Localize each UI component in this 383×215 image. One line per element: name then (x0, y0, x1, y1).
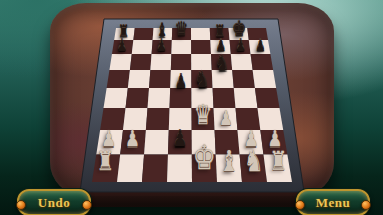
square-d7[interactable] (171, 40, 191, 54)
square-b5[interactable] (128, 70, 151, 88)
square-c2[interactable] (144, 130, 169, 155)
piece-black-knight-e5[interactable]: ♞ (195, 69, 210, 91)
piece-black-queen-d8[interactable]: ♛ (175, 21, 188, 41)
piece-white-rook-a1[interactable]: ♜ (97, 149, 115, 175)
square-e7[interactable] (191, 40, 211, 54)
square-c6[interactable] (150, 54, 171, 70)
square-b7[interactable] (132, 40, 153, 54)
menu-button-label: Menu (316, 195, 351, 211)
gem-icon (82, 200, 92, 210)
square-c1[interactable] (142, 155, 168, 183)
square-h5[interactable] (253, 70, 276, 88)
undo-button-label: Undo (38, 195, 70, 211)
piece-white-bishop-f1[interactable]: ♝ (219, 146, 239, 175)
square-e8[interactable] (191, 28, 210, 40)
square-h6[interactable] (251, 54, 274, 70)
square-g5[interactable] (232, 70, 255, 88)
gem-icon (295, 200, 305, 210)
gem-icon (361, 200, 371, 210)
piece-black-pawn-g7[interactable]: ♟ (236, 39, 246, 54)
square-c3[interactable] (146, 108, 170, 130)
piece-black-knight-f6[interactable]: ♞ (215, 53, 229, 74)
square-a6[interactable] (109, 54, 131, 70)
piece-black-pawn-c7[interactable]: ♟ (156, 39, 166, 54)
piece-white-king-e1[interactable]: ♚ (193, 141, 216, 175)
piece-white-rook-h1[interactable]: ♜ (269, 149, 287, 175)
piece-black-pawn-h7[interactable]: ♟ (255, 39, 265, 54)
square-b6[interactable] (130, 54, 152, 70)
gem-icon (16, 200, 26, 210)
piece-white-pawn-f3[interactable]: ♟ (219, 108, 233, 128)
piece-white-pawn-b2[interactable]: ♟ (125, 129, 140, 151)
chess-board[interactable] (0, 0, 383, 215)
square-g4[interactable] (234, 88, 258, 108)
menu-button[interactable]: Menu (296, 189, 370, 215)
square-f4[interactable] (213, 88, 236, 108)
square-a4[interactable] (104, 88, 128, 108)
piece-black-pawn-d2[interactable]: ♟ (172, 129, 187, 151)
square-b8[interactable] (133, 28, 153, 40)
square-b1[interactable] (117, 155, 144, 183)
piece-black-pawn-d5[interactable]: ♟ (175, 73, 187, 91)
game-screen: ♜♝♛♜♚♟♟♟♟♟♞♟♞♛♟♟♟♟♟♟♜♚♝♞♜ Undo Menu (0, 0, 383, 215)
piece-black-pawn-a7[interactable]: ♟ (117, 39, 127, 54)
undo-button[interactable]: Undo (17, 189, 91, 215)
piece-white-queen-e3[interactable]: ♛ (194, 101, 213, 128)
square-d1[interactable] (167, 155, 192, 183)
square-a5[interactable] (107, 70, 130, 88)
square-h4[interactable] (255, 88, 280, 108)
piece-white-knight-g1[interactable]: ♞ (244, 146, 264, 175)
square-g6[interactable] (231, 54, 253, 70)
square-b4[interactable] (126, 88, 149, 108)
square-d6[interactable] (171, 54, 191, 70)
square-c4[interactable] (148, 88, 171, 108)
square-c5[interactable] (149, 70, 171, 88)
